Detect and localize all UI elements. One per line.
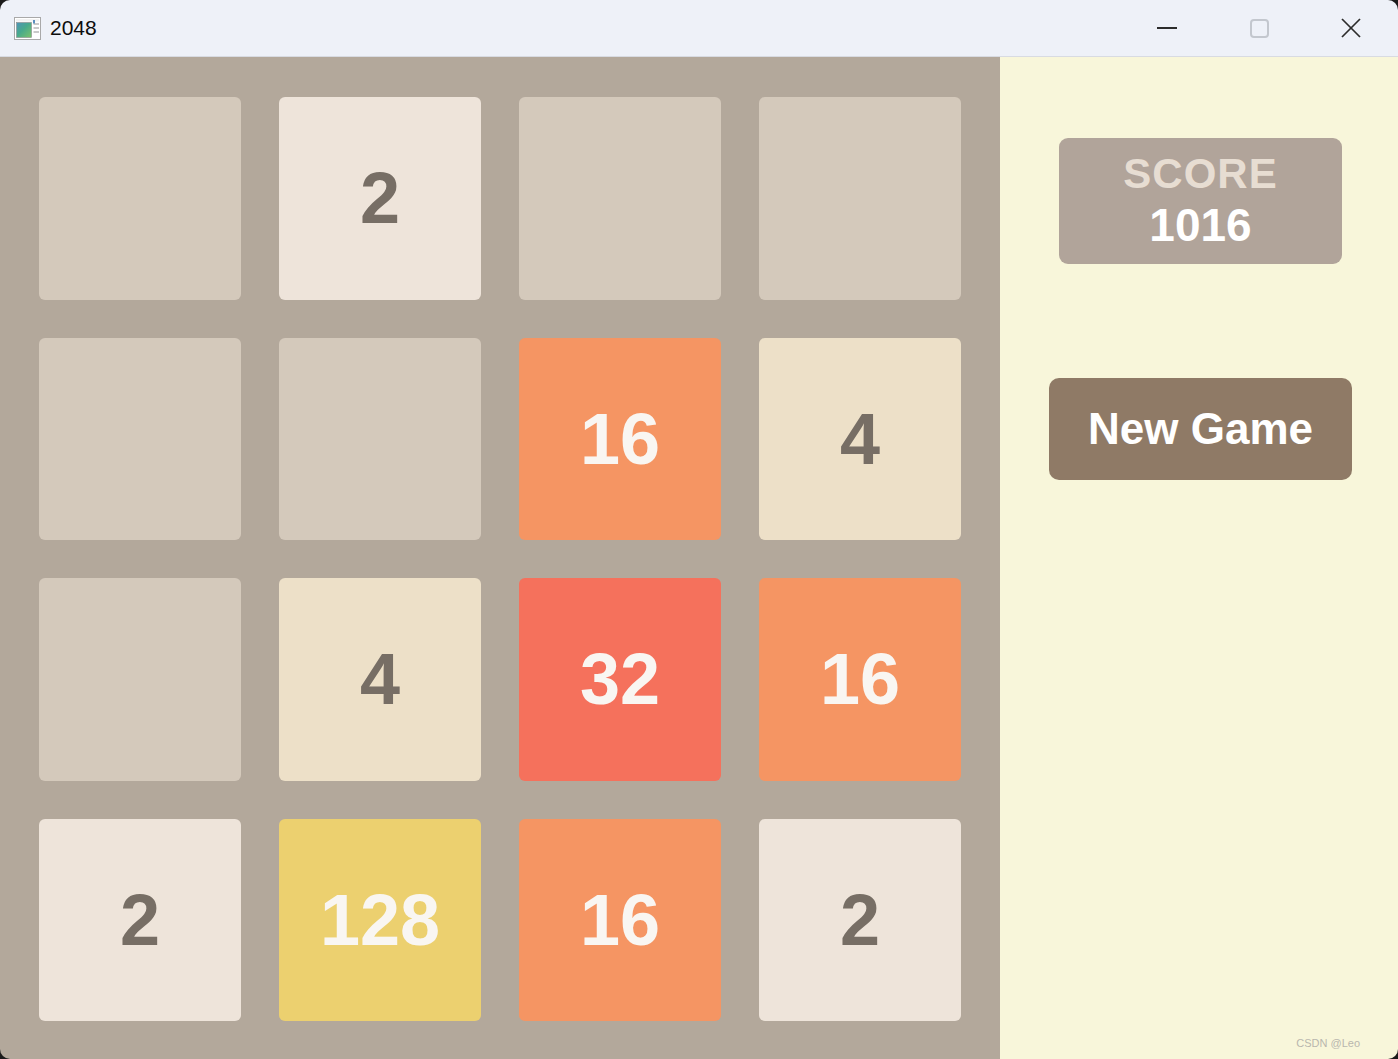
close-icon xyxy=(1340,17,1362,39)
game-board[interactable]: 2164432162128162 xyxy=(0,57,1000,1059)
minimize-icon xyxy=(1157,27,1177,29)
tile-32-r3c3: 32 xyxy=(519,578,721,781)
titlebar: 2048 xyxy=(0,0,1398,57)
cell-empty-r1c1 xyxy=(39,97,241,300)
tile-4-r3c2: 4 xyxy=(279,578,481,781)
tile-2-r4c4: 2 xyxy=(759,819,961,1022)
cell-empty-r1c4 xyxy=(759,97,961,300)
cell-empty-r2c1 xyxy=(39,338,241,541)
score-value: 1016 xyxy=(1149,199,1251,252)
cell-empty-r1c3 xyxy=(519,97,721,300)
window-controls xyxy=(1150,11,1398,45)
score-label: SCORE xyxy=(1123,150,1277,198)
tile-4-r2c4: 4 xyxy=(759,338,961,541)
tile-2-r1c2: 2 xyxy=(279,97,481,300)
watermark: CSDN @Leo xyxy=(1296,1037,1360,1049)
tile-16-r2c3: 16 xyxy=(519,338,721,541)
maximize-button[interactable] xyxy=(1242,11,1276,45)
new-game-button[interactable]: New Game xyxy=(1049,378,1352,480)
cell-empty-r3c1 xyxy=(39,578,241,781)
window-title: 2048 xyxy=(50,16,97,40)
score-badge: SCORE 1016 xyxy=(1059,138,1342,264)
tile-16-r4c3: 16 xyxy=(519,819,721,1022)
minimize-button[interactable] xyxy=(1150,11,1184,45)
window-content: 2164432162128162 SCORE 1016 New Game CSD… xyxy=(0,57,1398,1059)
close-button[interactable] xyxy=(1334,11,1368,45)
tile-2-r4c1: 2 xyxy=(39,819,241,1022)
app-window: 2048 2164432162128162 SCORE 1016 New xyxy=(0,0,1398,1059)
tile-16-r3c4: 16 xyxy=(759,578,961,781)
app-icon xyxy=(14,17,41,40)
tile-128-r4c2: 128 xyxy=(279,819,481,1022)
side-panel: SCORE 1016 New Game CSDN @Leo xyxy=(1000,57,1398,1059)
maximize-icon xyxy=(1250,19,1269,38)
cell-empty-r2c2 xyxy=(279,338,481,541)
